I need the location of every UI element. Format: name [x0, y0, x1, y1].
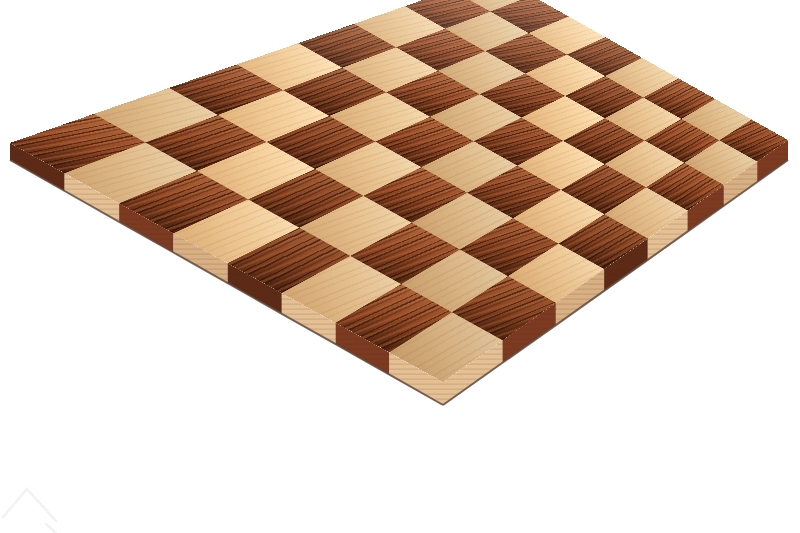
- watermark-outline: [46, 524, 57, 533]
- photo-background: [0, 0, 800, 533]
- watermark-layer: [0, 0, 800, 533]
- watermark-outline: [3, 489, 56, 521]
